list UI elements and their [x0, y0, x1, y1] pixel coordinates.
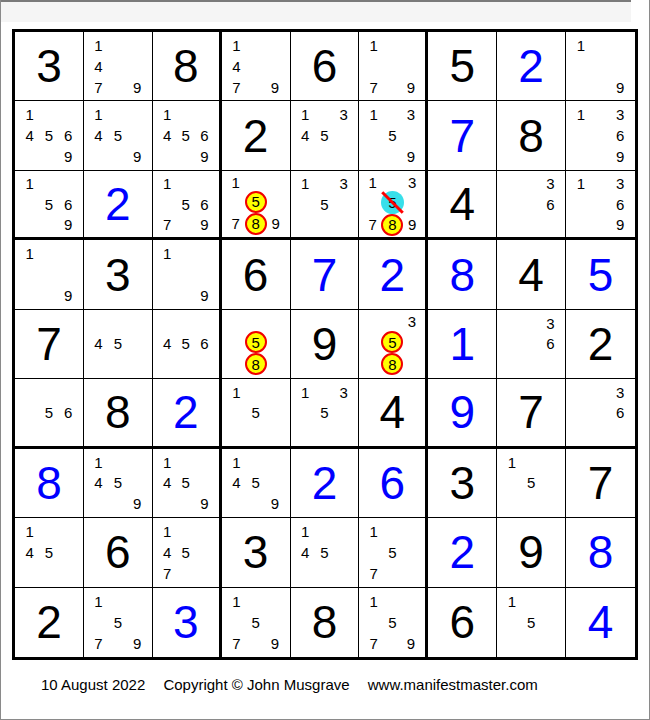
candidate: 1	[227, 591, 246, 612]
candidate: 5	[383, 542, 402, 563]
cell-r5c2[interactable]: 45	[84, 310, 153, 379]
empty-mark	[334, 214, 353, 234]
candidate: 3	[404, 174, 420, 191]
empty-mark	[502, 633, 521, 654]
candidate: 4	[20, 125, 39, 146]
empty-mark	[89, 612, 108, 633]
empty-mark	[334, 125, 353, 146]
cell-r2c2[interactable]: 1459	[84, 101, 153, 170]
candidate: 9	[267, 213, 285, 235]
highlighted-candidate: 8	[245, 353, 267, 375]
empty-mark	[176, 563, 195, 584]
empty-mark	[364, 331, 381, 353]
cell-r7c4[interactable]: 1459	[222, 449, 291, 518]
empty-mark	[176, 313, 195, 334]
candidate: 5	[108, 612, 127, 633]
pencil-marks: 1569	[15, 171, 83, 237]
empty-mark	[502, 174, 521, 194]
empty-mark	[176, 243, 195, 264]
cell-r4c4[interactable]: 6	[222, 240, 291, 309]
solved-digit: 2	[497, 32, 565, 100]
empty-mark	[39, 563, 58, 584]
empty-mark	[267, 174, 285, 191]
empty-mark	[59, 243, 78, 264]
candidate: 9	[402, 633, 421, 654]
candidate: 9	[402, 146, 421, 167]
cell-r3c2[interactable]: 2	[84, 171, 153, 240]
cell-r8c5[interactable]: 145	[291, 518, 360, 587]
cell-r4c6[interactable]: 2	[359, 240, 428, 309]
empty-mark	[502, 472, 521, 493]
empty-mark	[176, 214, 195, 234]
empty-mark	[59, 382, 78, 402]
candidate: 9	[610, 77, 630, 98]
cell-r9c4[interactable]: 1579	[222, 588, 291, 657]
empty-mark	[364, 542, 383, 563]
candidate: 1	[502, 452, 521, 473]
cell-r8c1[interactable]: 145	[15, 518, 84, 587]
empty-mark	[246, 633, 265, 654]
empty-mark	[591, 174, 611, 194]
candidate: 4	[296, 542, 315, 563]
empty-mark	[245, 174, 267, 191]
empty-mark	[571, 214, 591, 234]
pencil-marks: 1369	[566, 101, 635, 169]
empty-mark	[502, 334, 521, 355]
pencil-marks: 15679	[153, 171, 219, 237]
given-digit: 3	[15, 32, 83, 100]
empty-mark	[195, 452, 214, 473]
empty-mark	[383, 521, 402, 542]
empty-mark	[108, 313, 127, 334]
empty-mark	[59, 423, 78, 443]
pencil-marks: 1579	[359, 588, 425, 657]
cell-r9c9[interactable]: 4	[566, 588, 635, 657]
given-digit: 3	[428, 449, 496, 517]
candidate: 4	[227, 472, 246, 493]
cell-r6c5[interactable]: 135	[291, 379, 360, 448]
empty-mark	[383, 146, 402, 167]
empty-mark	[246, 77, 265, 98]
cell-r6c4[interactable]: 15	[222, 379, 291, 448]
cell-r8c8[interactable]: 9	[497, 518, 566, 587]
candidate: 1	[571, 174, 591, 194]
candidate: 5	[176, 472, 195, 493]
empty-mark	[265, 56, 284, 77]
empty-mark	[39, 264, 58, 285]
empty-mark	[502, 354, 521, 375]
cell-r2c5[interactable]: 1345	[291, 101, 360, 170]
empty-mark	[334, 402, 353, 422]
empty-mark	[610, 56, 630, 77]
candidate: 6	[195, 334, 214, 355]
pencil-marks: 14569	[15, 101, 83, 169]
given-digit: 4	[497, 240, 565, 308]
cell-r6c6[interactable]: 4	[359, 379, 428, 448]
empty-mark	[176, 146, 195, 167]
candidate: 9	[59, 285, 78, 306]
footer-date: 10 August 2022	[41, 676, 145, 693]
given-digit: 6	[428, 588, 496, 657]
empty-mark	[39, 382, 58, 402]
cell-r5c6[interactable]: 358	[359, 310, 428, 379]
empty-mark	[402, 542, 421, 563]
cell-r5c4[interactable]: 58	[222, 310, 291, 379]
cell-r3c8[interactable]: 36	[497, 171, 566, 240]
empty-mark	[108, 633, 127, 654]
empty-mark	[571, 77, 591, 98]
cell-r5c8[interactable]: 36	[497, 310, 566, 379]
candidate: 9	[59, 146, 78, 167]
empty-mark	[39, 243, 58, 264]
candidate: 9	[610, 214, 630, 234]
candidate: 1	[227, 174, 245, 191]
empty-mark	[39, 423, 58, 443]
candidate: 5	[176, 194, 195, 214]
cell-r1c2[interactable]: 1479	[84, 32, 153, 101]
footer: 10 August 2022 Copyright © John Musgrave…	[41, 676, 538, 693]
cell-r5c9[interactable]: 2	[566, 310, 635, 379]
cell-r2c8[interactable]: 8	[497, 101, 566, 170]
candidate: 9	[127, 493, 146, 514]
pencil-marks: 358	[359, 310, 425, 378]
empty-mark	[402, 56, 421, 77]
empty-mark	[127, 56, 146, 77]
empty-mark	[522, 493, 541, 514]
empty-mark	[195, 472, 214, 493]
cell-r9c3[interactable]: 3	[153, 588, 222, 657]
cell-r6c1[interactable]: 56	[15, 379, 84, 448]
empty-mark	[246, 382, 265, 402]
empty-mark	[246, 423, 265, 443]
cell-r9c7[interactable]: 6	[428, 588, 497, 657]
candidate: 7	[158, 563, 177, 584]
candidate: 1	[296, 104, 315, 125]
cell-r4c1[interactable]: 19	[15, 240, 84, 309]
cell-r2c4[interactable]: 2	[222, 101, 291, 170]
cell-r7c5[interactable]: 2	[291, 449, 360, 518]
cell-r6c2[interactable]: 8	[84, 379, 153, 448]
candidate: 1	[89, 104, 108, 125]
cell-r2c6[interactable]: 1359	[359, 101, 428, 170]
empty-mark	[158, 493, 177, 514]
empty-mark	[195, 542, 214, 563]
empty-mark	[522, 354, 541, 375]
candidate: 1	[158, 243, 177, 264]
given-digit: 4	[428, 171, 496, 237]
candidate: 9	[195, 214, 214, 234]
cell-r1c9[interactable]: 19	[566, 32, 635, 101]
empty-mark	[364, 146, 383, 167]
cell-r1c5[interactable]: 6	[291, 32, 360, 101]
cell-r9c5[interactable]: 8	[291, 588, 360, 657]
empty-mark	[127, 591, 146, 612]
empty-mark	[334, 423, 353, 443]
candidate: 1	[571, 35, 591, 56]
empty-mark	[315, 521, 334, 542]
cell-r3c4[interactable]: 15789	[222, 171, 291, 240]
sudoku-board[interactable]: 3147981479617952191456914591456921345135…	[12, 29, 638, 660]
empty-mark	[176, 354, 195, 375]
cell-r5c7[interactable]: 1	[428, 310, 497, 379]
empty-mark	[502, 493, 521, 514]
empty-mark	[108, 35, 127, 56]
pencil-marks: 157	[359, 518, 425, 586]
empty-mark	[20, 264, 39, 285]
cell-r1c1[interactable]: 3	[15, 32, 84, 101]
candidate: 5	[246, 612, 265, 633]
empty-mark	[127, 35, 146, 56]
cell-r7c9[interactable]: 7	[566, 449, 635, 518]
candidate: 9	[195, 493, 214, 514]
empty-mark	[227, 423, 246, 443]
empty-mark	[267, 313, 285, 331]
empty-mark	[108, 56, 127, 77]
candidate: 4	[89, 334, 108, 355]
cell-r1c6[interactable]: 179	[359, 32, 428, 101]
empty-mark	[265, 452, 284, 473]
empty-mark	[402, 563, 421, 584]
cell-r4c9[interactable]: 5	[566, 240, 635, 309]
candidate: 9	[59, 214, 78, 234]
candidate: 5	[315, 194, 334, 214]
pencil-marks: 1459	[84, 101, 152, 169]
candidate: 9	[404, 214, 420, 236]
empty-mark	[195, 354, 214, 375]
candidate: 5	[176, 334, 195, 355]
cell-r7c3[interactable]: 1459	[153, 449, 222, 518]
solved-digit: 8	[15, 449, 83, 517]
cell-r2c1[interactable]: 14569	[15, 101, 84, 170]
empty-mark	[127, 125, 146, 146]
empty-mark	[195, 243, 214, 264]
cell-r2c9[interactable]: 1369	[566, 101, 635, 170]
footer-copyright: Copyright © John Musgrave	[163, 676, 349, 693]
empty-mark	[522, 174, 541, 194]
empty-mark	[158, 313, 177, 334]
empty-mark	[39, 104, 58, 125]
cell-r8c4[interactable]: 3	[222, 518, 291, 587]
empty-mark	[108, 77, 127, 98]
empty-mark	[89, 313, 108, 334]
cell-r9c8[interactable]: 15	[497, 588, 566, 657]
candidate: 1	[158, 452, 177, 473]
empty-mark	[591, 35, 611, 56]
empty-mark	[127, 612, 146, 633]
cell-r7c7[interactable]: 3	[428, 449, 497, 518]
empty-mark	[591, 402, 611, 422]
empty-mark	[20, 146, 39, 167]
empty-mark	[195, 264, 214, 285]
empty-mark	[364, 56, 383, 77]
cell-r6c8[interactable]: 7	[497, 379, 566, 448]
empty-mark	[522, 214, 541, 234]
eliminated-candidate: 5	[381, 191, 404, 214]
cell-r6c9[interactable]: 36	[566, 379, 635, 448]
cell-r3c9[interactable]: 1369	[566, 171, 635, 240]
given-digit: 8	[153, 32, 219, 100]
candidate: 9	[127, 146, 146, 167]
cell-r5c1[interactable]: 7	[15, 310, 84, 379]
empty-mark	[245, 313, 267, 331]
pencil-marks: 15789	[222, 171, 290, 237]
solved-digit: 6	[359, 449, 425, 517]
candidate: 7	[89, 633, 108, 654]
pencil-marks: 1345	[291, 101, 359, 169]
empty-mark	[158, 354, 177, 375]
cell-r3c7[interactable]: 4	[428, 171, 497, 240]
given-digit: 2	[15, 588, 83, 657]
empty-mark	[522, 633, 541, 654]
cell-r9c6[interactable]: 1579	[359, 588, 428, 657]
empty-mark	[402, 125, 421, 146]
cell-r4c3[interactable]: 19	[153, 240, 222, 309]
cell-r3c5[interactable]: 135	[291, 171, 360, 240]
candidate: 4	[158, 334, 177, 355]
highlighted-candidate: 8	[381, 214, 403, 236]
cell-r7c1[interactable]: 8	[15, 449, 84, 518]
candidate: 4	[89, 56, 108, 77]
given-digit: 6	[291, 32, 359, 100]
candidate: 3	[402, 104, 421, 125]
cell-r4c5[interactable]: 7	[291, 240, 360, 309]
cell-r3c6[interactable]: 135789	[359, 171, 428, 240]
candidate: 1	[227, 382, 246, 402]
given-digit: 8	[497, 101, 565, 169]
empty-mark	[296, 402, 315, 422]
empty-mark	[571, 402, 591, 422]
pencil-marks: 15	[222, 379, 290, 445]
empty-mark	[176, 264, 195, 285]
candidate: 5	[39, 542, 58, 563]
highlighted-candidate: 8	[381, 353, 403, 375]
candidate: 6	[541, 334, 560, 355]
pencil-marks: 135	[291, 379, 359, 445]
cell-r9c2[interactable]: 1579	[84, 588, 153, 657]
pencil-marks: 19	[566, 32, 635, 100]
given-digit: 2	[566, 310, 635, 378]
solved-digit: 2	[291, 449, 359, 517]
given-digit: 4	[359, 379, 425, 445]
empty-mark	[127, 354, 146, 375]
cell-r1c3[interactable]: 8	[153, 32, 222, 101]
pencil-marks: 179	[359, 32, 425, 100]
cell-r6c7[interactable]: 9	[428, 379, 497, 448]
cell-r7c8[interactable]: 15	[497, 449, 566, 518]
candidate: 5	[39, 194, 58, 214]
empty-mark	[20, 402, 39, 422]
cell-r8c3[interactable]: 1457	[153, 518, 222, 587]
cell-r8c9[interactable]: 8	[566, 518, 635, 587]
pencil-marks: 19	[153, 240, 219, 308]
pencil-marks: 145	[15, 518, 83, 586]
cell-r4c7[interactable]: 8	[428, 240, 497, 309]
cell-r7c6[interactable]: 6	[359, 449, 428, 518]
candidate: 9	[265, 493, 284, 514]
empty-mark	[591, 104, 611, 125]
empty-mark	[315, 146, 334, 167]
empty-mark	[176, 521, 195, 542]
given-digit: 7	[15, 310, 83, 378]
empty-mark	[176, 174, 195, 194]
cell-r7c2[interactable]: 1459	[84, 449, 153, 518]
candidate: 1	[158, 104, 177, 125]
pencil-marks: 1457	[153, 518, 219, 586]
empty-mark	[296, 423, 315, 443]
highlighted-candidate: 5	[245, 331, 267, 353]
empty-mark	[541, 354, 560, 375]
candidate: 9	[127, 633, 146, 654]
pencil-marks: 1579	[84, 588, 152, 657]
empty-mark	[541, 452, 560, 473]
highlighted-candidate: 5	[381, 331, 403, 353]
cell-r6c3[interactable]: 2	[153, 379, 222, 448]
pencil-marks: 36	[497, 310, 565, 378]
cell-r4c8[interactable]: 4	[497, 240, 566, 309]
candidate: 5	[522, 612, 541, 633]
pencil-marks: 1579	[222, 588, 290, 657]
empty-mark	[610, 35, 630, 56]
cell-r8c2[interactable]: 6	[84, 518, 153, 587]
candidate: 1	[364, 521, 383, 542]
empty-mark	[403, 353, 420, 375]
empty-mark	[591, 214, 611, 234]
cell-r8c7[interactable]: 2	[428, 518, 497, 587]
cell-r9c1[interactable]: 2	[15, 588, 84, 657]
cell-r8c6[interactable]: 157	[359, 518, 428, 587]
empty-mark	[383, 35, 402, 56]
pencil-marks: 1479	[222, 32, 290, 100]
empty-mark	[315, 563, 334, 584]
empty-mark	[364, 125, 383, 146]
empty-mark	[591, 125, 611, 146]
empty-mark	[246, 591, 265, 612]
candidate: 6	[195, 125, 214, 146]
cell-r2c3[interactable]: 14569	[153, 101, 222, 170]
candidate: 4	[20, 542, 39, 563]
empty-mark	[59, 563, 78, 584]
empty-mark	[20, 382, 39, 402]
candidate: 1	[364, 174, 380, 191]
given-digit: 3	[222, 518, 290, 586]
candidate: 3	[334, 104, 353, 125]
cell-r5c5[interactable]: 9	[291, 310, 360, 379]
candidate: 1	[20, 243, 39, 264]
solved-digit: 7	[291, 240, 359, 308]
empty-mark	[20, 563, 39, 584]
solved-digit: 2	[84, 171, 152, 237]
cell-r1c8[interactable]: 2	[497, 32, 566, 101]
candidate: 3	[610, 174, 630, 194]
pencil-marks: 1479	[84, 32, 152, 100]
empty-mark	[334, 146, 353, 167]
candidate: 9	[610, 146, 630, 167]
empty-mark	[383, 77, 402, 98]
candidate: 5	[315, 125, 334, 146]
footer-website[interactable]: www.manifestmaster.com	[368, 676, 538, 693]
cell-r1c7[interactable]: 5	[428, 32, 497, 101]
empty-mark	[541, 472, 560, 493]
cell-r4c2[interactable]: 3	[84, 240, 153, 309]
cell-r3c1[interactable]: 1569	[15, 171, 84, 240]
cell-r2c7[interactable]: 7	[428, 101, 497, 170]
cell-r3c3[interactable]: 15679	[153, 171, 222, 240]
cell-r1c4[interactable]: 1479	[222, 32, 291, 101]
empty-mark	[265, 35, 284, 56]
empty-mark	[502, 313, 521, 334]
empty-mark	[246, 56, 265, 77]
cell-r5c3[interactable]: 456	[153, 310, 222, 379]
